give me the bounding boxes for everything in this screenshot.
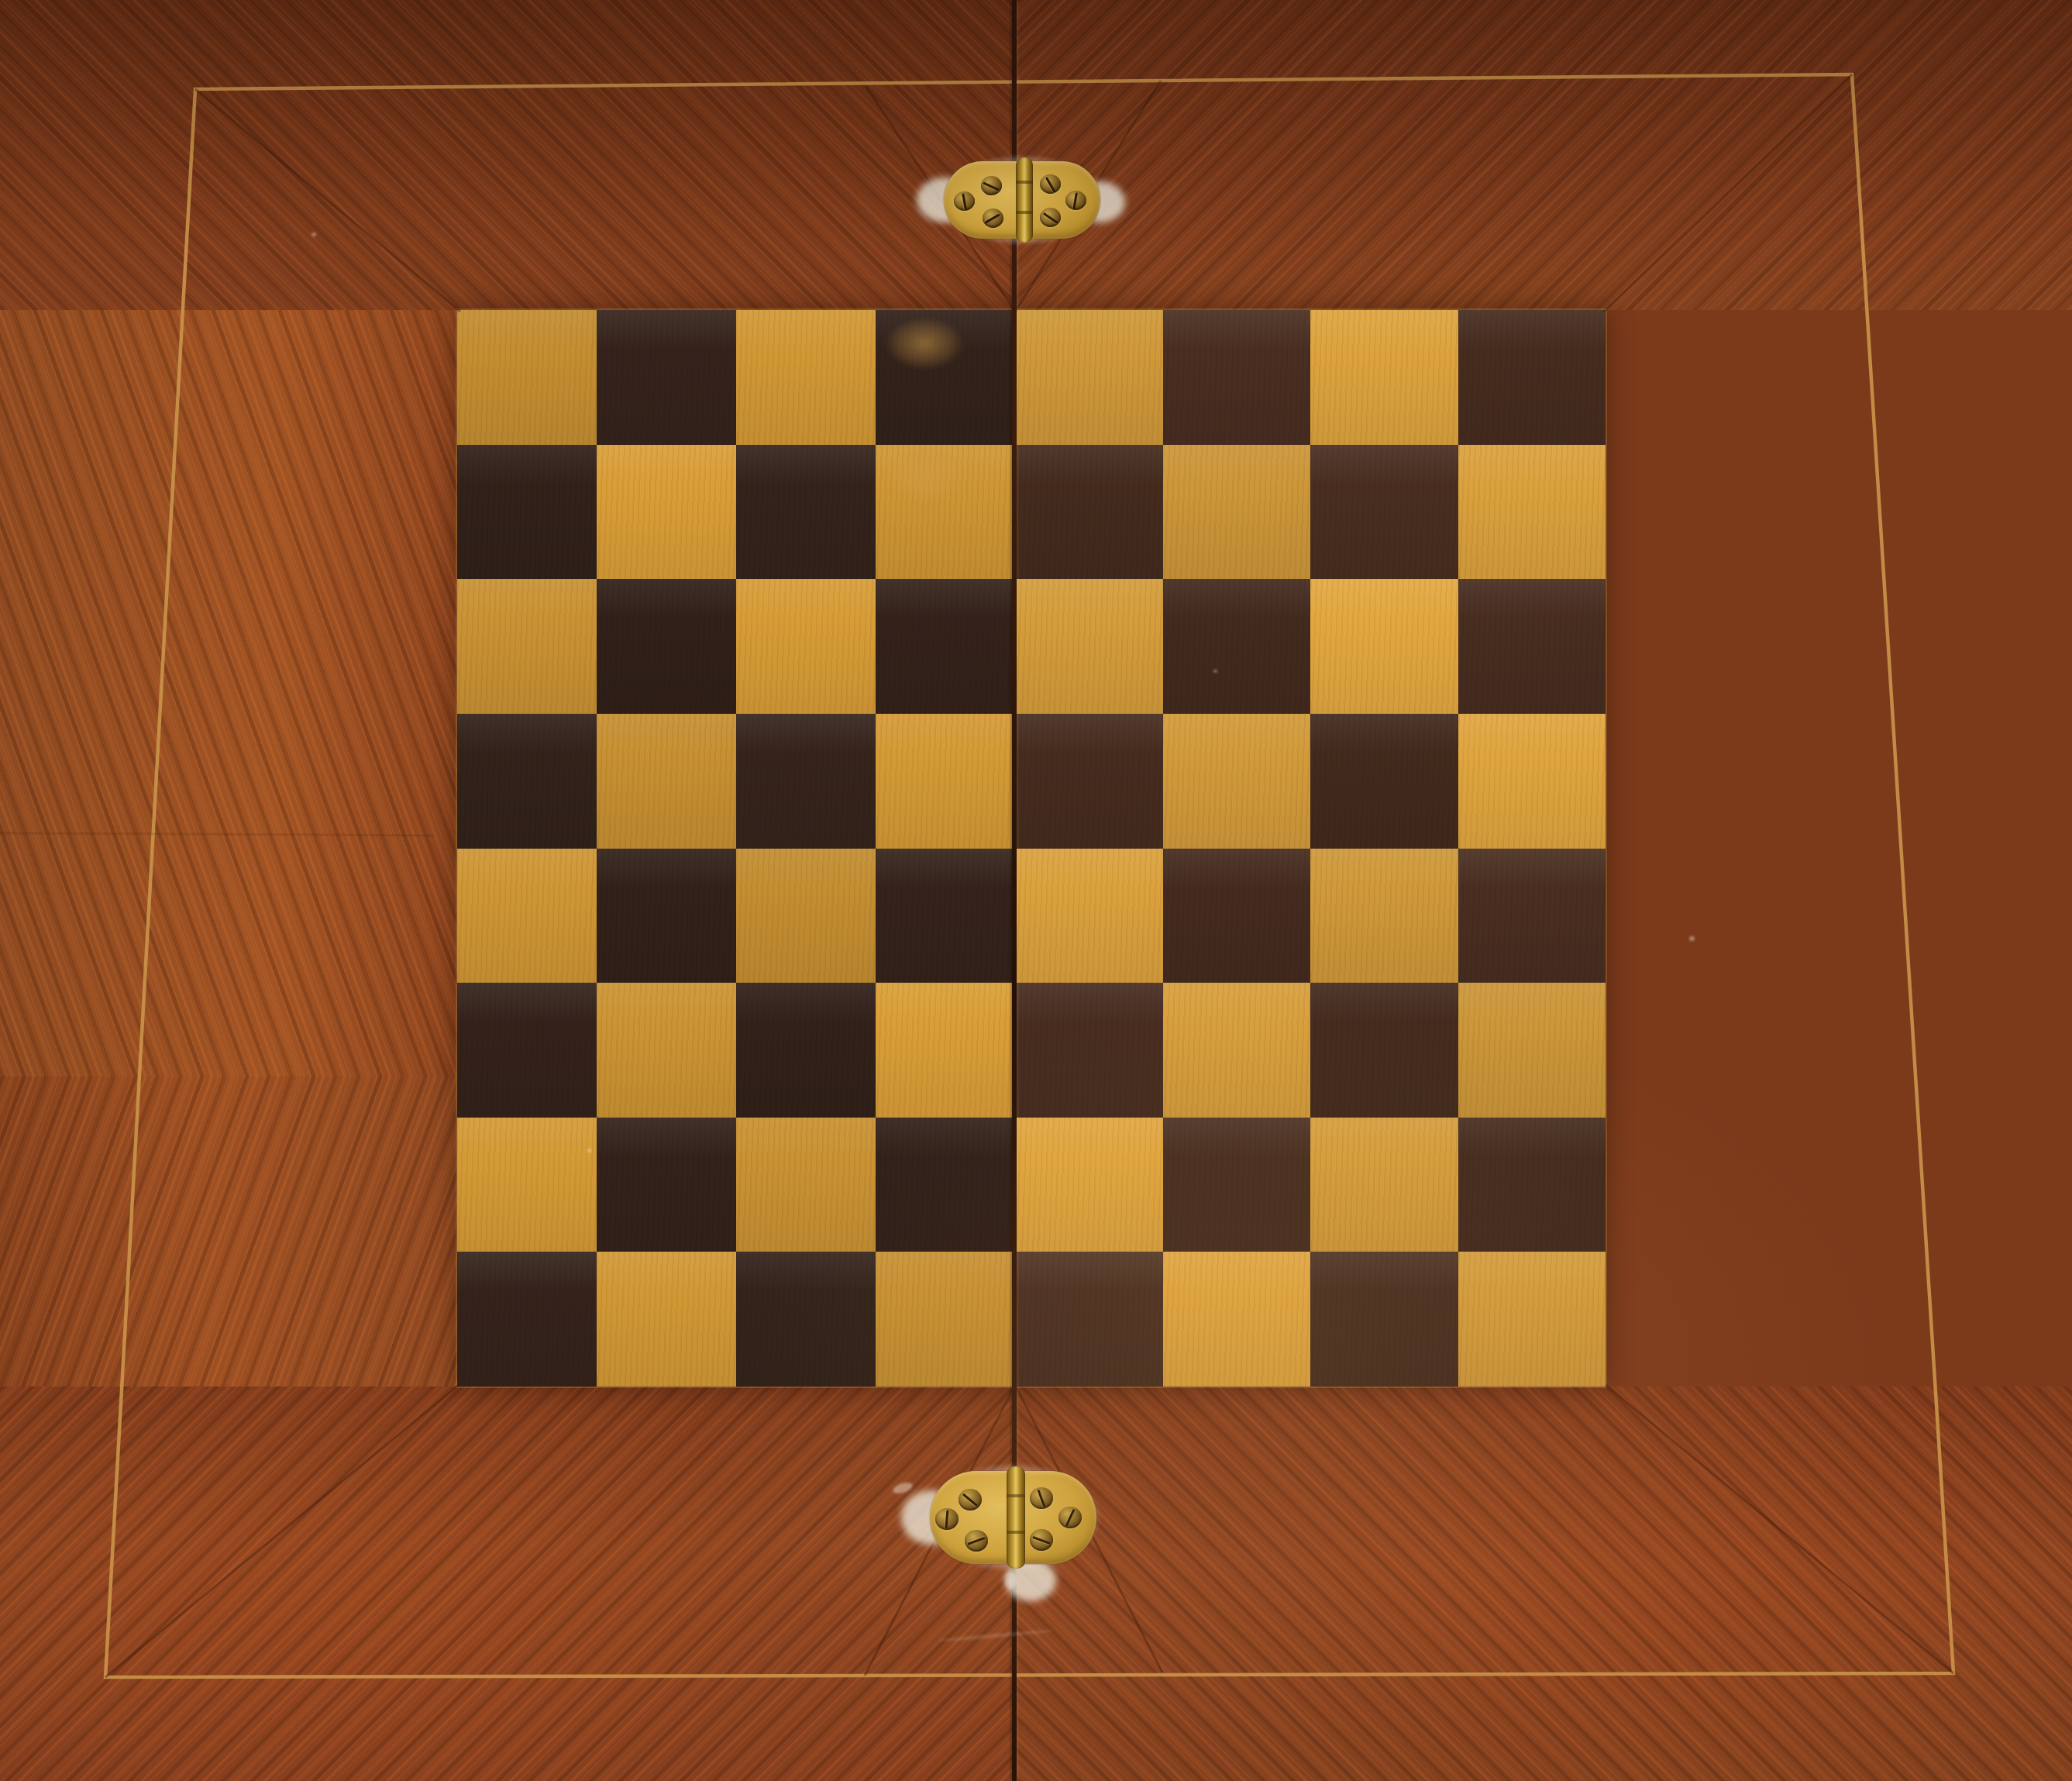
square-e5 <box>1015 714 1163 849</box>
square-c1 <box>736 1252 876 1387</box>
square-d1 <box>876 1252 1015 1387</box>
square-d7 <box>876 445 1015 580</box>
hinge-screw <box>1065 191 1086 210</box>
square-a6 <box>457 579 597 714</box>
hinge-screw <box>981 176 1002 195</box>
square-e2 <box>1015 1118 1163 1252</box>
square-e6 <box>1015 579 1163 714</box>
square-c6 <box>736 579 876 714</box>
square-e3 <box>1015 983 1163 1118</box>
hinge-knuckle-pin <box>1016 157 1033 243</box>
square-f3 <box>1163 983 1311 1118</box>
veneer-panel-top-left <box>0 0 1015 310</box>
square-f2 <box>1163 1118 1311 1252</box>
square-h4 <box>1458 849 1606 984</box>
square-a3 <box>457 983 597 1118</box>
square-a2 <box>457 1118 597 1252</box>
square-a8 <box>457 310 597 445</box>
dust-speck <box>587 1149 591 1152</box>
veneer-panel-top-right <box>1015 0 2072 310</box>
square-c5 <box>736 714 876 849</box>
square-g4 <box>1310 849 1458 984</box>
square-d8 <box>876 310 1015 445</box>
hinge-screw <box>1030 1529 1053 1551</box>
square-g6 <box>1310 579 1458 714</box>
square-c2 <box>736 1118 876 1252</box>
square-g8 <box>1310 310 1458 445</box>
dust-speck <box>1689 936 1695 941</box>
hinge-screw <box>1030 1487 1053 1509</box>
square-e1 <box>1015 1252 1163 1387</box>
hinge-screw <box>959 1489 982 1511</box>
square-g7 <box>1310 445 1458 580</box>
square-c7 <box>736 445 876 580</box>
square-b6 <box>597 579 736 714</box>
hinge-screw <box>983 208 1003 228</box>
square-f4 <box>1163 849 1311 984</box>
square-a5 <box>457 714 597 849</box>
hinge-plate <box>944 161 1100 239</box>
square-h8 <box>1458 310 1606 445</box>
square-c3 <box>736 983 876 1118</box>
square-f7 <box>1163 445 1311 580</box>
square-d2 <box>876 1118 1015 1252</box>
square-f8 <box>1163 310 1311 445</box>
square-e4 <box>1015 849 1163 984</box>
square-f5 <box>1163 714 1311 849</box>
scuff-mark <box>1004 1572 1017 1589</box>
square-b3 <box>597 983 736 1118</box>
hinge-screw <box>935 1508 959 1530</box>
veneer-panel-bottom-left <box>0 1387 1015 1781</box>
dust-speck <box>1213 670 1217 673</box>
veneer-panel-bottom-right <box>1015 1387 2072 1781</box>
square-d6 <box>876 579 1015 714</box>
bottom-brass-hinge <box>930 1471 1096 1564</box>
square-f6 <box>1163 579 1311 714</box>
chessboard <box>457 310 1606 1387</box>
hinge-knuckle-pin <box>1007 1466 1025 1569</box>
square-c8 <box>736 310 876 445</box>
hinge-screw <box>1040 208 1061 227</box>
games-table-photo <box>0 0 2072 1781</box>
square-a1 <box>457 1252 597 1387</box>
square-h5 <box>1458 714 1606 849</box>
square-h6 <box>1458 579 1606 714</box>
top-brass-hinge <box>944 161 1100 239</box>
square-g3 <box>1310 983 1458 1118</box>
square-h2 <box>1458 1118 1606 1252</box>
hinge-screw <box>954 191 975 211</box>
square-a7 <box>457 445 597 580</box>
square-h7 <box>1458 445 1606 580</box>
square-f1 <box>1163 1252 1311 1387</box>
square-d4 <box>876 849 1015 984</box>
square-a4 <box>457 849 597 984</box>
square-e7 <box>1015 445 1163 580</box>
hinge-screw <box>1040 174 1061 194</box>
square-b2 <box>597 1118 736 1252</box>
square-c4 <box>736 849 876 984</box>
square-g5 <box>1310 714 1458 849</box>
square-b5 <box>597 714 736 849</box>
square-d3 <box>876 983 1015 1118</box>
square-d5 <box>876 714 1015 849</box>
square-b1 <box>597 1252 736 1387</box>
square-b8 <box>597 310 736 445</box>
square-h3 <box>1458 983 1606 1118</box>
square-b7 <box>597 445 736 580</box>
square-e8 <box>1015 310 1163 445</box>
square-b4 <box>597 849 736 984</box>
square-g1 <box>1310 1252 1458 1387</box>
hinge-plate <box>930 1471 1096 1564</box>
dust-speck <box>311 233 316 236</box>
square-h1 <box>1458 1252 1606 1387</box>
hinge-screw <box>965 1530 988 1552</box>
square-g2 <box>1310 1118 1458 1252</box>
hinge-screw <box>1058 1507 1082 1528</box>
